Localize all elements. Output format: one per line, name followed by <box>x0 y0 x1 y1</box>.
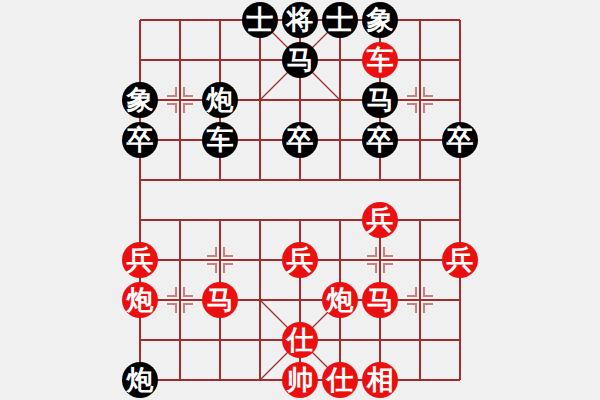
red-advisor[interactable]: 仕 <box>282 322 318 358</box>
black-horse[interactable]: 马 <box>282 42 318 78</box>
red-general[interactable]: 帅 <box>282 362 318 398</box>
black-advisor[interactable]: 士 <box>242 2 278 38</box>
xiangqi-board: 士将士象马车象炮马卒车卒卒卒兵兵兵兵炮马炮马仕炮帅仕相 <box>0 0 600 400</box>
red-elephant[interactable]: 相 <box>362 362 398 398</box>
black-general[interactable]: 将 <box>282 2 318 38</box>
red-cannon[interactable]: 炮 <box>322 282 358 318</box>
black-horse[interactable]: 马 <box>362 82 398 118</box>
red-soldier[interactable]: 兵 <box>442 242 478 278</box>
black-elephant[interactable]: 象 <box>122 82 158 118</box>
red-horse[interactable]: 马 <box>362 282 398 318</box>
black-elephant[interactable]: 象 <box>362 2 398 38</box>
pieces-layer: 士将士象马车象炮马卒车卒卒卒兵兵兵兵炮马炮马仕炮帅仕相 <box>0 0 600 400</box>
black-soldier[interactable]: 卒 <box>282 122 318 158</box>
black-chariot[interactable]: 车 <box>202 122 238 158</box>
black-advisor[interactable]: 士 <box>322 2 358 38</box>
black-soldier[interactable]: 卒 <box>442 122 478 158</box>
black-cannon[interactable]: 炮 <box>202 82 238 118</box>
red-soldier[interactable]: 兵 <box>122 242 158 278</box>
red-soldier[interactable]: 兵 <box>362 202 398 238</box>
red-advisor[interactable]: 仕 <box>322 362 358 398</box>
red-chariot[interactable]: 车 <box>362 42 398 78</box>
red-soldier[interactable]: 兵 <box>282 242 318 278</box>
red-cannon[interactable]: 炮 <box>122 282 158 318</box>
black-soldier[interactable]: 卒 <box>362 122 398 158</box>
black-soldier[interactable]: 卒 <box>122 122 158 158</box>
red-horse[interactable]: 马 <box>202 282 238 318</box>
black-cannon[interactable]: 炮 <box>122 362 158 398</box>
